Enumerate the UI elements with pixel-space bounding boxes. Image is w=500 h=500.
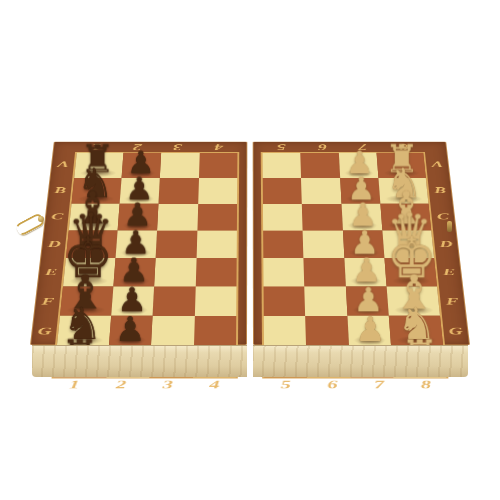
case-side-wood (32, 345, 468, 377)
square-D5 (263, 231, 304, 259)
square-G6 (305, 316, 348, 346)
rank-letter: B (428, 177, 453, 203)
file-number: 4 (191, 378, 238, 391)
square-E3 (154, 258, 196, 286)
file-number-label: 4 (209, 378, 219, 390)
file-number-label: 8 (420, 378, 431, 390)
square-A5 (263, 153, 302, 178)
file-number: 1 (50, 378, 98, 391)
square-C6 (302, 204, 343, 231)
file-number: 5 (261, 142, 302, 152)
square-G3 (151, 316, 194, 346)
square-F5 (264, 286, 306, 315)
square-B5 (263, 178, 302, 204)
file-number-label: 1 (69, 378, 80, 390)
board-half-left: 1234ABCDEFGH♜♟♞♟♝♟♛♟♚♟♝♟♞♟♜♟1234 (30, 142, 247, 345)
square-E5 (263, 258, 304, 286)
brass-clasp (14, 214, 44, 232)
file-number: 5 (262, 378, 309, 391)
rank-letter: F (34, 287, 61, 317)
product-photo-scene: 1234ABCDEFGH♜♟♞♟♝♟♛♟♚♟♝♟♞♟♜♟12345678♟♜♟♞… (0, 0, 500, 500)
rank-letter: F (439, 287, 466, 317)
square-F6 (305, 286, 348, 315)
rank-letter: A (51, 152, 75, 177)
file-number: 7 (355, 378, 403, 391)
rank-letter: A (425, 152, 449, 177)
rank-letter: E (436, 258, 462, 287)
file-number: 3 (157, 142, 198, 152)
square-C4 (197, 204, 237, 231)
board-3d: 1234ABCDEFGH♜♟♞♟♝♟♛♟♚♟♝♟♞♟♜♟12345678♟♜♟♞… (30, 142, 470, 345)
file-number-label: 2 (115, 378, 126, 390)
file-number-label: 4 (214, 142, 223, 152)
near-file-numbers-right: 5678 (254, 378, 474, 391)
clasp-knob-icon (38, 216, 44, 222)
file-number: 6 (309, 378, 356, 391)
board-half-right: 5678♟♜♟♞♟♝♟♛♟♚♟♝♟♞♟♜ABCDEFGH5678 (253, 142, 470, 345)
square-D4 (196, 231, 237, 259)
file-number-label: 6 (317, 142, 326, 152)
file-number-label: 6 (327, 378, 338, 390)
square-C3 (157, 204, 198, 231)
square-B4 (198, 178, 237, 204)
near-file-numbers-left: 1234 (26, 378, 246, 391)
file-number: 2 (97, 378, 145, 391)
file-number-label: 7 (374, 378, 385, 390)
brass-hinge-pin (447, 221, 452, 232)
square-A4 (199, 153, 238, 178)
square-E4 (195, 258, 236, 286)
square-B3 (159, 178, 199, 204)
square-E6 (304, 258, 346, 286)
file-number-label: 3 (162, 378, 173, 390)
square-F3 (153, 286, 196, 315)
square-A3 (160, 153, 199, 178)
file-number: 6 (302, 142, 343, 152)
square-G4 (194, 316, 237, 346)
file-number: 8 (402, 378, 450, 391)
file-number: 3 (144, 378, 191, 391)
rank-letter: E (38, 258, 64, 287)
square-C5 (263, 204, 303, 231)
file-number-label: 3 (173, 142, 182, 152)
square-B6 (301, 178, 341, 204)
square-F4 (195, 286, 237, 315)
file-number-label: 5 (280, 378, 290, 390)
square-A6 (301, 153, 340, 178)
file-number-label: 5 (277, 142, 286, 152)
rank-letter: G (442, 316, 469, 347)
square-G5 (264, 316, 307, 346)
square-D6 (303, 231, 344, 259)
square-D3 (156, 231, 197, 259)
rank-letter: B (48, 177, 73, 203)
file-number: 4 (198, 142, 239, 152)
rank-letter: G (31, 316, 58, 347)
